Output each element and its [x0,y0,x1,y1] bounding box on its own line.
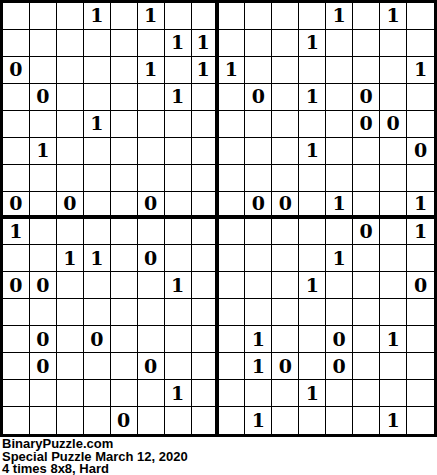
cell-r13c10-given: 1 [245,326,272,353]
cell-r15c5-empty[interactable] [111,380,138,407]
cell-r4c3-empty[interactable] [57,84,84,111]
cell-r4c5-empty[interactable] [111,84,138,111]
cell-r9c12-empty[interactable] [299,219,326,246]
cell-r16c1-empty[interactable] [3,407,30,434]
cell-r11c16-given: 0 [407,272,434,299]
cell-r9c13-empty[interactable] [326,219,353,246]
cell-r7c5-empty[interactable] [111,165,138,192]
cell-r3c12-empty[interactable] [299,57,326,84]
cell-r4c6-empty[interactable] [138,84,165,111]
cell-r1c4-given: 1 [84,3,111,30]
cell-r7c3-empty[interactable] [57,165,84,192]
cell-r16c14-empty[interactable] [353,407,380,434]
cell-r9c8-empty[interactable] [192,219,219,246]
cell-r8c12-empty[interactable] [299,192,326,219]
cell-r12c10-empty[interactable] [245,299,272,326]
cell-r7c6-empty[interactable] [138,165,165,192]
cell-r9c5-empty[interactable] [111,219,138,246]
cell-r3c5-empty[interactable] [111,57,138,84]
cell-r9c4-empty[interactable] [84,219,111,246]
cell-r5c13-empty[interactable] [326,111,353,138]
cell-r10c14-empty[interactable] [353,245,380,272]
cell-r11c13-empty[interactable] [326,272,353,299]
puzzle-caption: BinaryPuzzle.com Special Puzzle March 12… [0,437,437,475]
cell-r16c6-empty[interactable] [138,407,165,434]
cell-r15c11-empty[interactable] [272,380,299,407]
cell-r6c11-empty[interactable] [272,138,299,165]
cell-r12c2-empty[interactable] [30,299,57,326]
cell-r10c8-empty[interactable] [192,245,219,272]
cell-r4c1-empty[interactable] [3,84,30,111]
cell-r12c4-empty[interactable] [84,299,111,326]
cell-r3c6-given: 1 [138,57,165,84]
cell-r1c3-empty[interactable] [57,3,84,30]
cell-r3c13-empty[interactable] [326,57,353,84]
cell-r16c13-empty[interactable] [326,407,353,434]
cell-r8c7-empty[interactable] [165,192,192,219]
cell-r15c3-empty[interactable] [57,380,84,407]
cell-r6c5-empty[interactable] [111,138,138,165]
cell-r11c6-empty[interactable] [138,272,165,299]
cell-r15c13-empty[interactable] [326,380,353,407]
cell-r11c4-empty[interactable] [84,272,111,299]
cell-r8c14-empty[interactable] [353,192,380,219]
cell-r4c2-given: 0 [30,84,57,111]
cell-r6c15-empty[interactable] [380,138,407,165]
cell-r12c9-empty[interactable] [219,299,246,326]
cell-r16c12-empty[interactable] [299,407,326,434]
cell-r1c11-empty[interactable] [272,3,299,30]
cell-r5c2-empty[interactable] [30,111,57,138]
cell-r10c7-empty[interactable] [165,245,192,272]
cell-r2c5-empty[interactable] [111,30,138,57]
cell-r9c14-given: 0 [353,219,380,246]
cell-r13c8-empty[interactable] [192,326,219,353]
cell-r5c6-empty[interactable] [138,111,165,138]
cell-r1c12-empty[interactable] [299,3,326,30]
cell-r15c8-empty[interactable] [192,380,219,407]
cell-r10c13-given: 1 [326,245,353,272]
cell-r5c15-given: 0 [380,111,407,138]
cell-r16c3-empty[interactable] [57,407,84,434]
cell-r10c9-empty[interactable] [219,245,246,272]
cell-r12c12-empty[interactable] [299,299,326,326]
cell-r5c5-empty[interactable] [111,111,138,138]
cell-r5c3-empty[interactable] [57,111,84,138]
cell-r4c14-given: 0 [353,84,380,111]
cell-r15c9-empty[interactable] [219,380,246,407]
cell-r6c6-empty[interactable] [138,138,165,165]
cell-r6c10-empty[interactable] [245,138,272,165]
cell-r13c13-given: 0 [326,326,353,353]
cell-r6c14-empty[interactable] [353,138,380,165]
cell-r11c11-empty[interactable] [272,272,299,299]
cell-r2c12-given: 1 [299,30,326,57]
cell-r16c15-given: 1 [380,407,407,434]
cell-r8c2-empty[interactable] [30,192,57,219]
cell-r2c10-empty[interactable] [245,30,272,57]
cell-r2c4-empty[interactable] [84,30,111,57]
cell-r7c8-empty[interactable] [192,165,219,192]
cell-r2c7-given: 1 [165,30,192,57]
cell-r2c13-empty[interactable] [326,30,353,57]
cell-r16c2-empty[interactable] [30,407,57,434]
cell-r12c6-empty[interactable] [138,299,165,326]
cell-r3c15-empty[interactable] [380,57,407,84]
cell-r10c3-given: 1 [57,245,84,272]
cell-r4c7-given: 1 [165,84,192,111]
cell-r7c9-empty[interactable] [219,165,246,192]
cell-r9c15-empty[interactable] [380,219,407,246]
cell-r2c15-empty[interactable] [380,30,407,57]
cell-r2c14-empty[interactable] [353,30,380,57]
cell-r4c10-given: 0 [245,84,272,111]
cell-r3c16-given: 1 [407,57,434,84]
cell-r3c1-given: 0 [3,57,30,84]
cell-r1c7-empty[interactable] [165,3,192,30]
cell-r9c7-empty[interactable] [165,219,192,246]
cell-r8c10-given: 0 [245,192,272,219]
puzzle-board: 1111111011110101010011000000111011101001… [0,0,437,437]
cell-r5c14-given: 0 [353,111,380,138]
cell-r7c13-empty[interactable] [326,165,353,192]
cell-r7c15-empty[interactable] [380,165,407,192]
cell-r8c5-empty[interactable] [111,192,138,219]
cell-r7c14-empty[interactable] [353,165,380,192]
cell-r11c1-given: 0 [3,272,30,299]
cell-r1c5-empty[interactable] [111,3,138,30]
cell-r8c8-empty[interactable] [192,192,219,219]
cell-r12c3-empty[interactable] [57,299,84,326]
cell-r1c8-empty[interactable] [192,3,219,30]
cell-r3c7-empty[interactable] [165,57,192,84]
cell-r2c6-empty[interactable] [138,30,165,57]
cell-r7c10-empty[interactable] [245,165,272,192]
cell-r16c5-given: 0 [111,407,138,434]
cell-r1c9-empty[interactable] [219,3,246,30]
cell-r14c6-given: 0 [138,353,165,380]
cell-r8c9-empty[interactable] [219,192,246,219]
cell-r9c11-empty[interactable] [272,219,299,246]
cell-r13c2-given: 0 [30,326,57,353]
cell-r14c12-empty[interactable] [299,353,326,380]
cell-r1c1-empty[interactable] [3,3,30,30]
cell-r16c16-empty[interactable] [407,407,434,434]
cell-r1c2-empty[interactable] [30,3,57,30]
cell-r11c2-given: 0 [30,272,57,299]
cell-r8c16-given: 1 [407,192,434,219]
cell-r13c5-empty[interactable] [111,326,138,353]
cell-r7c1-empty[interactable] [3,165,30,192]
cell-r10c15-empty[interactable] [380,245,407,272]
puzzle-spec: 4 times 8x8, Hard [2,463,437,475]
cell-r2c3-empty[interactable] [57,30,84,57]
cell-r15c1-empty[interactable] [3,380,30,407]
cell-r11c12-given: 1 [299,272,326,299]
cell-r10c11-empty[interactable] [272,245,299,272]
cell-r4c16-empty[interactable] [407,84,434,111]
cell-r15c10-empty[interactable] [245,380,272,407]
cell-r5c4-given: 1 [84,111,111,138]
cell-r8c6-given: 0 [138,192,165,219]
cell-r5c9-empty[interactable] [219,111,246,138]
cell-r1c10-empty[interactable] [245,3,272,30]
cell-r6c16-given: 0 [407,138,434,165]
cell-r10c4-given: 1 [84,245,111,272]
cell-r11c9-empty[interactable] [219,272,246,299]
cell-r2c11-empty[interactable] [272,30,299,57]
cell-r14c15-empty[interactable] [380,353,407,380]
cell-r14c13-given: 0 [326,353,353,380]
cell-r6c13-empty[interactable] [326,138,353,165]
cell-r2c16-empty[interactable] [407,30,434,57]
cell-r13c9-empty[interactable] [219,326,246,353]
cell-r5c12-empty[interactable] [299,111,326,138]
cell-r13c1-empty[interactable] [3,326,30,353]
cell-r9c3-empty[interactable] [57,219,84,246]
cell-r16c10-given: 1 [245,407,272,434]
cell-r9c2-empty[interactable] [30,219,57,246]
cell-r9c16-given: 1 [407,219,434,246]
cell-r1c6-given: 1 [138,3,165,30]
cell-r6c12-given: 1 [299,138,326,165]
cell-r16c7-empty[interactable] [165,407,192,434]
cell-r10c16-empty[interactable] [407,245,434,272]
puzzle-page: 1111111011110101010011000000111011101001… [0,0,437,475]
cell-r6c3-empty[interactable] [57,138,84,165]
cell-r14c14-empty[interactable] [353,353,380,380]
cell-r11c5-empty[interactable] [111,272,138,299]
cell-r7c2-empty[interactable] [30,165,57,192]
cell-r13c3-empty[interactable] [57,326,84,353]
cell-r15c7-given: 1 [165,380,192,407]
cell-r8c15-empty[interactable] [380,192,407,219]
cell-r7c16-empty[interactable] [407,165,434,192]
cell-r15c2-empty[interactable] [30,380,57,407]
cell-r1c16-empty[interactable] [407,3,434,30]
cell-r13c4-given: 0 [84,326,111,353]
cell-r3c3-empty[interactable] [57,57,84,84]
cell-r14c1-empty[interactable] [3,353,30,380]
cell-r12c15-empty[interactable] [380,299,407,326]
cell-r13c6-empty[interactable] [138,326,165,353]
cell-r3c4-empty[interactable] [84,57,111,84]
cell-r7c7-empty[interactable] [165,165,192,192]
cell-r4c9-empty[interactable] [219,84,246,111]
cell-r11c7-given: 1 [165,272,192,299]
cell-r13c15-given: 1 [380,326,407,353]
cell-r8c4-empty[interactable] [84,192,111,219]
cell-r11c14-empty[interactable] [353,272,380,299]
cell-r5c7-empty[interactable] [165,111,192,138]
cell-r15c14-empty[interactable] [353,380,380,407]
cell-r11c15-empty[interactable] [380,272,407,299]
cell-r12c5-empty[interactable] [111,299,138,326]
cell-r14c4-empty[interactable] [84,353,111,380]
cell-r12c1-empty[interactable] [3,299,30,326]
cell-r4c12-given: 1 [299,84,326,111]
cell-r13c7-empty[interactable] [165,326,192,353]
cell-r13c14-empty[interactable] [353,326,380,353]
cell-r5c11-empty[interactable] [272,111,299,138]
cell-r5c1-empty[interactable] [3,111,30,138]
cell-r15c15-empty[interactable] [380,380,407,407]
cell-r15c12-given: 1 [299,380,326,407]
cell-r6c4-empty[interactable] [84,138,111,165]
cell-r15c16-empty[interactable] [407,380,434,407]
cell-r2c1-empty[interactable] [3,30,30,57]
cell-r9c1-given: 1 [3,219,30,246]
cell-r3c9-given: 1 [219,57,246,84]
cell-r13c12-empty[interactable] [299,326,326,353]
cell-r3c2-empty[interactable] [30,57,57,84]
cell-r16c4-empty[interactable] [84,407,111,434]
cell-r14c7-empty[interactable] [165,353,192,380]
cell-r11c8-empty[interactable] [192,272,219,299]
cell-r14c9-empty[interactable] [219,353,246,380]
cell-r5c16-empty[interactable] [407,111,434,138]
cell-r14c11-given: 0 [272,353,299,380]
cell-r14c10-given: 1 [245,353,272,380]
cell-r7c4-empty[interactable] [84,165,111,192]
cell-r16c8-empty[interactable] [192,407,219,434]
cell-r10c2-empty[interactable] [30,245,57,272]
cell-r1c15-given: 1 [380,3,407,30]
cell-r11c10-empty[interactable] [245,272,272,299]
cell-r12c7-empty[interactable] [165,299,192,326]
cell-r13c16-empty[interactable] [407,326,434,353]
cell-r9c6-empty[interactable] [138,219,165,246]
cell-r10c10-empty[interactable] [245,245,272,272]
cell-r4c13-empty[interactable] [326,84,353,111]
cell-r1c14-empty[interactable] [353,3,380,30]
cell-r14c3-empty[interactable] [57,353,84,380]
cell-r3c10-empty[interactable] [245,57,272,84]
cell-r12c13-empty[interactable] [326,299,353,326]
cell-r15c4-empty[interactable] [84,380,111,407]
cell-r14c16-empty[interactable] [407,353,434,380]
cell-r8c3-given: 0 [57,192,84,219]
cell-r1c13-given: 1 [326,3,353,30]
cell-r12c14-empty[interactable] [353,299,380,326]
cell-r5c10-empty[interactable] [245,111,272,138]
cell-r3c11-empty[interactable] [272,57,299,84]
cell-r2c9-empty[interactable] [219,30,246,57]
cell-r6c9-empty[interactable] [219,138,246,165]
cell-r15c6-empty[interactable] [138,380,165,407]
cell-r6c2-given: 1 [30,138,57,165]
cell-r12c16-empty[interactable] [407,299,434,326]
cell-r11c3-empty[interactable] [57,272,84,299]
cell-r8c11-given: 0 [272,192,299,219]
cell-r10c5-empty[interactable] [111,245,138,272]
cell-r9c9-empty[interactable] [219,219,246,246]
cell-r14c2-given: 0 [30,353,57,380]
cell-r10c1-empty[interactable] [3,245,30,272]
cell-r7c11-empty[interactable] [272,165,299,192]
cell-r5c8-empty[interactable] [192,111,219,138]
cell-r4c4-empty[interactable] [84,84,111,111]
cell-r3c14-empty[interactable] [353,57,380,84]
cell-r6c8-empty[interactable] [192,138,219,165]
cell-r2c2-empty[interactable] [30,30,57,57]
cell-r14c5-empty[interactable] [111,353,138,380]
cell-r7c12-empty[interactable] [299,165,326,192]
cell-r13c11-empty[interactable] [272,326,299,353]
cell-r8c13-given: 1 [326,192,353,219]
cell-r9c10-empty[interactable] [245,219,272,246]
cell-r10c6-given: 0 [138,245,165,272]
cell-r2c8-given: 1 [192,30,219,57]
cell-r6c1-empty[interactable] [3,138,30,165]
cell-r3c8-given: 1 [192,57,219,84]
cell-r12c11-empty[interactable] [272,299,299,326]
cell-r4c11-empty[interactable] [272,84,299,111]
cell-r16c9-empty[interactable] [219,407,246,434]
cell-r16c11-empty[interactable] [272,407,299,434]
cell-r12c8-empty[interactable] [192,299,219,326]
cell-r6c7-empty[interactable] [165,138,192,165]
cell-r8c1-given: 0 [3,192,30,219]
cell-r10c12-empty[interactable] [299,245,326,272]
cell-r14c8-empty[interactable] [192,353,219,380]
cell-r4c15-empty[interactable] [380,84,407,111]
cell-r4c8-empty[interactable] [192,84,219,111]
